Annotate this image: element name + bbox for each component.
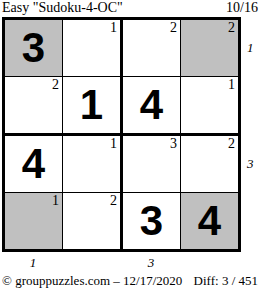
row-label-3: 3 (247, 156, 254, 171)
page-title: Easy "Sudoku-4-OC" (2, 0, 123, 16)
pencil-mark: 3 (170, 136, 177, 151)
pencil-mark: 1 (110, 20, 117, 35)
cell-r3c4[interactable]: 2 (181, 136, 238, 193)
puzzle-counter: 10/16 (226, 0, 258, 16)
row-label-1: 1 (247, 40, 254, 55)
cell-r2c4[interactable]: 1 (181, 77, 238, 136)
cell-r4c3[interactable]: 3 (123, 193, 181, 249)
pencil-mark: 1 (52, 193, 59, 208)
pencil-mark: 2 (110, 193, 117, 208)
footer: © grouppuzzles.com – 12/17/2020 Diff: 3 … (2, 273, 258, 289)
pencil-mark: 2 (52, 77, 59, 92)
given-digit: 4 (198, 200, 221, 242)
cell-r4c1[interactable]: 1 (5, 193, 63, 249)
given-digit: 3 (140, 200, 163, 242)
sudoku-page: Easy "Sudoku-4-OC" 10/16 3 1 2 2 2 1 4 1… (0, 0, 260, 294)
cell-r1c3[interactable]: 2 (123, 20, 181, 77)
pencil-mark: 1 (110, 136, 117, 151)
cell-r4c4[interactable]: 4 (181, 193, 238, 249)
sudoku-board: 3 1 2 2 2 1 4 1 4 1 3 2 1 2 3 4 (2, 17, 241, 252)
col-label-3: 3 (145, 255, 157, 270)
given-digit: 4 (140, 84, 163, 126)
cell-r2c3[interactable]: 4 (123, 77, 181, 136)
copyright-text: © grouppuzzles.com – 12/17/2020 (2, 273, 182, 289)
cell-r3c1[interactable]: 4 (5, 136, 63, 193)
col-label-1: 1 (27, 255, 39, 270)
given-digit: 4 (22, 143, 45, 185)
cell-r1c2[interactable]: 1 (63, 20, 123, 77)
cell-r3c3[interactable]: 3 (123, 136, 181, 193)
pencil-mark: 2 (228, 136, 235, 151)
given-digit: 1 (80, 84, 103, 126)
pencil-mark: 1 (228, 77, 235, 92)
given-digit: 3 (22, 27, 45, 69)
cell-r4c2[interactable]: 2 (63, 193, 123, 249)
pencil-mark: 2 (228, 20, 235, 35)
cell-r2c1[interactable]: 2 (5, 77, 63, 136)
board-wrap: 3 1 2 2 2 1 4 1 4 1 3 2 1 2 3 4 1 3 1 3 (2, 17, 241, 252)
cell-r3c2[interactable]: 1 (63, 136, 123, 193)
difficulty-text: Diff: 3 / 451 (194, 273, 258, 289)
cell-r2c2[interactable]: 1 (63, 77, 123, 136)
cell-r1c1[interactable]: 3 (5, 20, 63, 77)
header: Easy "Sudoku-4-OC" 10/16 (2, 0, 258, 16)
cell-r1c4[interactable]: 2 (181, 20, 238, 77)
pencil-mark: 2 (170, 20, 177, 35)
